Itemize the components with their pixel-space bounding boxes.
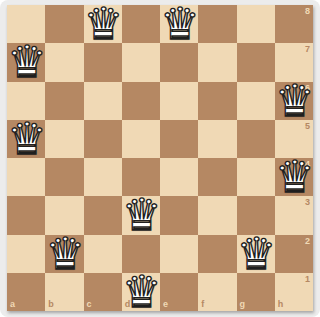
square-c5[interactable]	[84, 120, 122, 158]
white-queen-d3[interactable]: ♛	[122, 196, 160, 234]
rank-label-7: 7	[305, 45, 310, 54]
square-f2[interactable]	[198, 235, 236, 273]
file-label-g: g	[240, 300, 246, 309]
square-a5[interactable]: ♛	[7, 120, 45, 158]
file-label-f: f	[201, 300, 204, 309]
square-b2[interactable]: ♛	[45, 235, 83, 273]
square-h8[interactable]: 8	[275, 5, 313, 43]
rank-label-1: 1	[305, 275, 310, 284]
square-e5[interactable]	[160, 120, 198, 158]
square-g7[interactable]	[237, 43, 275, 81]
square-f1[interactable]: f	[198, 273, 236, 311]
square-c2[interactable]	[84, 235, 122, 273]
square-e3[interactable]	[160, 196, 198, 234]
square-g2[interactable]: ♛	[237, 235, 275, 273]
square-h1[interactable]: h1	[275, 273, 313, 311]
square-f3[interactable]	[198, 196, 236, 234]
rank-label-2: 2	[305, 237, 310, 246]
square-g5[interactable]	[237, 120, 275, 158]
file-label-e: e	[163, 300, 168, 309]
square-c1[interactable]: c	[84, 273, 122, 311]
square-e2[interactable]	[160, 235, 198, 273]
file-label-a: a	[10, 300, 15, 309]
white-queen-b2[interactable]: ♛	[45, 235, 83, 273]
square-b7[interactable]	[45, 43, 83, 81]
square-b4[interactable]	[45, 158, 83, 196]
square-d3[interactable]: ♛	[122, 196, 160, 234]
square-b8[interactable]	[45, 5, 83, 43]
square-d6[interactable]	[122, 82, 160, 120]
square-f6[interactable]	[198, 82, 236, 120]
square-g8[interactable]	[237, 5, 275, 43]
square-f7[interactable]	[198, 43, 236, 81]
square-e4[interactable]	[160, 158, 198, 196]
square-c8[interactable]: ♛	[84, 5, 122, 43]
square-f8[interactable]	[198, 5, 236, 43]
white-queen-g2[interactable]: ♛	[237, 235, 275, 273]
file-label-c: c	[87, 300, 92, 309]
white-queen-h6[interactable]: ♛	[275, 82, 313, 120]
square-f5[interactable]	[198, 120, 236, 158]
white-queen-a5[interactable]: ♛	[7, 120, 45, 158]
file-label-b: b	[48, 300, 54, 309]
white-queen-d1[interactable]: ♛	[122, 273, 160, 311]
white-queen-a7[interactable]: ♛	[7, 43, 45, 81]
square-d5[interactable]	[122, 120, 160, 158]
square-a2[interactable]	[7, 235, 45, 273]
app-background: ♛♛8♛76♛♛54♛♛3♛♛2abcd♛efgh1	[0, 0, 320, 317]
square-e8[interactable]: ♛	[160, 5, 198, 43]
rank-label-8: 8	[305, 7, 310, 16]
square-h6[interactable]: 6♛	[275, 82, 313, 120]
square-h4[interactable]: 4♛	[275, 158, 313, 196]
square-b6[interactable]	[45, 82, 83, 120]
square-d8[interactable]	[122, 5, 160, 43]
white-queen-c8[interactable]: ♛	[84, 5, 122, 43]
square-c4[interactable]	[84, 158, 122, 196]
file-label-h: h	[278, 300, 284, 309]
square-g6[interactable]	[237, 82, 275, 120]
square-g4[interactable]	[237, 158, 275, 196]
white-queen-h4[interactable]: ♛	[275, 158, 313, 196]
square-d1[interactable]: d♛	[122, 273, 160, 311]
square-a3[interactable]	[7, 196, 45, 234]
square-d7[interactable]	[122, 43, 160, 81]
square-c6[interactable]	[84, 82, 122, 120]
white-queen-e8[interactable]: ♛	[160, 5, 198, 43]
square-e1[interactable]: e	[160, 273, 198, 311]
square-f4[interactable]	[198, 158, 236, 196]
square-a1[interactable]: a	[7, 273, 45, 311]
square-h2[interactable]: 2	[275, 235, 313, 273]
square-b5[interactable]	[45, 120, 83, 158]
square-a7[interactable]: ♛	[7, 43, 45, 81]
square-e6[interactable]	[160, 82, 198, 120]
chess-board: ♛♛8♛76♛♛54♛♛3♛♛2abcd♛efgh1	[7, 5, 313, 311]
square-c3[interactable]	[84, 196, 122, 234]
